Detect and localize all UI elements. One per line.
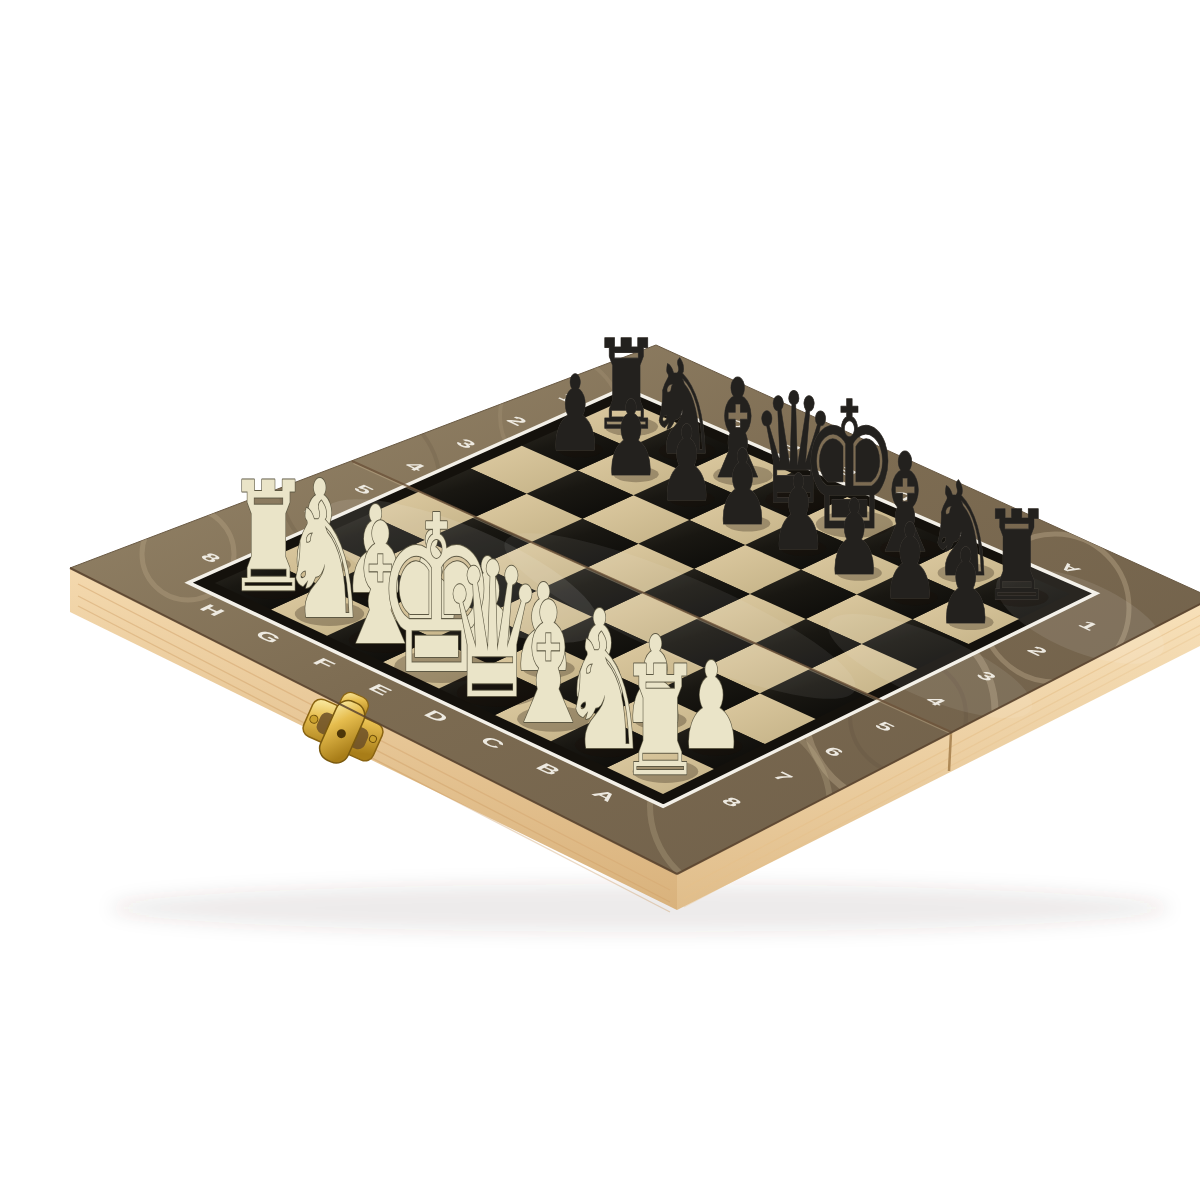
scene-canvas: HGFEDCBAABCDEFGH1234567812345678♜♟♞♟♝♟♛♟… (40, 16, 1200, 1200)
piece-black-pawn-g2: ♟ (602, 378, 660, 499)
chess-set-photo: HGFEDCBAABCDEFGH1234567812345678♜♟♞♟♝♟♛♟… (40, 16, 1200, 1200)
piece-black-pawn-a2: ♟ (937, 526, 995, 647)
piece-white-rook-a8: ♜ (618, 633, 702, 810)
piece-black-pawn-h2: ♟ (546, 353, 604, 474)
piece-black-pawn-c2: ♟ (825, 476, 883, 597)
piece-black-pawn-f2: ♟ (658, 402, 716, 523)
piece-black-pawn-e2: ♟ (714, 427, 772, 548)
piece-black-pawn-d2: ♟ (769, 452, 827, 573)
piece-black-pawn-b2: ♟ (881, 501, 939, 622)
